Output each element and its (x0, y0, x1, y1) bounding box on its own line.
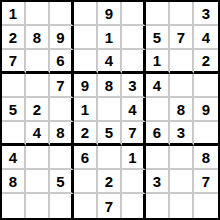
sudoku-cell-r4c3[interactable]: 7 (50, 74, 74, 98)
sudoku-cell-r7c5[interactable] (98, 146, 122, 170)
sudoku-cell-r2c4[interactable] (74, 26, 98, 50)
sudoku-cell-r8c7[interactable]: 3 (146, 170, 170, 194)
sudoku-cell-r4c5[interactable]: 8 (98, 74, 122, 98)
sudoku-cell-r2c1[interactable]: 2 (2, 26, 26, 50)
sudoku-cell-r4c2[interactable] (26, 74, 50, 98)
sudoku-cell-r4c8[interactable] (170, 74, 194, 98)
sudoku-cell-r4c6[interactable]: 3 (122, 74, 146, 98)
sudoku-cell-r7c7[interactable] (146, 146, 170, 170)
sudoku-cell-r6c5[interactable]: 5 (98, 122, 122, 146)
sudoku-cell-r9c5[interactable]: 7 (98, 194, 122, 218)
sudoku-cell-r7c3[interactable] (50, 146, 74, 170)
sudoku-cell-r9c7[interactable] (146, 194, 170, 218)
sudoku-cell-r5c2[interactable]: 2 (26, 98, 50, 122)
sudoku-cell-r2c3[interactable]: 9 (50, 26, 74, 50)
sudoku-cell-r1c2[interactable] (26, 2, 50, 26)
sudoku-cell-r1c3[interactable] (50, 2, 74, 26)
sudoku-cell-r7c9[interactable]: 8 (194, 146, 218, 170)
sudoku-cell-r6c3[interactable]: 8 (50, 122, 74, 146)
sudoku-cell-r5c5[interactable] (98, 98, 122, 122)
sudoku-cell-r9c1[interactable] (2, 194, 26, 218)
sudoku-cell-r2c2[interactable]: 8 (26, 26, 50, 50)
sudoku-cell-r4c4[interactable]: 9 (74, 74, 98, 98)
sudoku-cell-r7c8[interactable] (170, 146, 194, 170)
sudoku-cell-r3c5[interactable]: 4 (98, 50, 122, 74)
sudoku-cell-r6c9[interactable] (194, 122, 218, 146)
sudoku-cell-r5c4[interactable]: 1 (74, 98, 98, 122)
sudoku-cell-r6c8[interactable]: 3 (170, 122, 194, 146)
sudoku-cell-r8c8[interactable] (170, 170, 194, 194)
sudoku-cell-r1c5[interactable]: 9 (98, 2, 122, 26)
sudoku-cell-r1c6[interactable] (122, 2, 146, 26)
sudoku-cell-r8c3[interactable]: 5 (50, 170, 74, 194)
sudoku-cell-r3c1[interactable]: 7 (2, 50, 26, 74)
sudoku-cell-r1c7[interactable] (146, 2, 170, 26)
sudoku-cell-r5c1[interactable]: 5 (2, 98, 26, 122)
sudoku-cell-r2c5[interactable]: 1 (98, 26, 122, 50)
sudoku-cell-r9c2[interactable] (26, 194, 50, 218)
sudoku-cell-r3c9[interactable]: 2 (194, 50, 218, 74)
sudoku-cell-r6c2[interactable]: 4 (26, 122, 50, 146)
sudoku-cell-r2c7[interactable]: 5 (146, 26, 170, 50)
sudoku-cell-r8c5[interactable]: 2 (98, 170, 122, 194)
sudoku-cell-r5c8[interactable]: 8 (170, 98, 194, 122)
sudoku-cell-r1c9[interactable]: 3 (194, 2, 218, 26)
sudoku-cell-r8c6[interactable] (122, 170, 146, 194)
sudoku-cell-r7c2[interactable] (26, 146, 50, 170)
sudoku-cell-r9c6[interactable] (122, 194, 146, 218)
sudoku-cell-r2c8[interactable]: 7 (170, 26, 194, 50)
sudoku-cell-r2c6[interactable] (122, 26, 146, 50)
sudoku-cell-r3c6[interactable] (122, 50, 146, 74)
sudoku-cell-r7c1[interactable]: 4 (2, 146, 26, 170)
sudoku-cell-r4c7[interactable]: 4 (146, 74, 170, 98)
sudoku-cell-r4c9[interactable] (194, 74, 218, 98)
sudoku-cell-r9c9[interactable] (194, 194, 218, 218)
sudoku-cell-r8c4[interactable] (74, 170, 98, 194)
sudoku-cell-r3c8[interactable] (170, 50, 194, 74)
sudoku-cell-r6c6[interactable]: 7 (122, 122, 146, 146)
sudoku-cell-r8c2[interactable] (26, 170, 50, 194)
sudoku-cell-r5c9[interactable]: 9 (194, 98, 218, 122)
sudoku-cell-r3c4[interactable] (74, 50, 98, 74)
sudoku-cell-r2c9[interactable]: 4 (194, 26, 218, 50)
sudoku-cell-r8c1[interactable]: 8 (2, 170, 26, 194)
sudoku-cell-r6c4[interactable]: 2 (74, 122, 98, 146)
sudoku-cell-r6c1[interactable] (2, 122, 26, 146)
sudoku-cell-r1c1[interactable]: 1 (2, 2, 26, 26)
sudoku-cell-r9c3[interactable] (50, 194, 74, 218)
sudoku-cell-r8c9[interactable]: 7 (194, 170, 218, 194)
sudoku-cell-r1c4[interactable] (74, 2, 98, 26)
sudoku-cell-r5c3[interactable] (50, 98, 74, 122)
sudoku-cell-r9c4[interactable] (74, 194, 98, 218)
sudoku-cell-r6c7[interactable]: 6 (146, 122, 170, 146)
sudoku-board: 1932891574764127983452148948257634618852… (0, 0, 220, 220)
sudoku-cell-r7c4[interactable]: 6 (74, 146, 98, 170)
sudoku-cell-r9c8[interactable] (170, 194, 194, 218)
sudoku-cell-r1c8[interactable] (170, 2, 194, 26)
sudoku-cell-r5c7[interactable] (146, 98, 170, 122)
sudoku-cell-r4c1[interactable] (2, 74, 26, 98)
sudoku-cell-r3c2[interactable] (26, 50, 50, 74)
sudoku-cell-r3c7[interactable]: 1 (146, 50, 170, 74)
sudoku-cell-r5c6[interactable]: 4 (122, 98, 146, 122)
sudoku-cell-r7c6[interactable]: 1 (122, 146, 146, 170)
sudoku-cell-r3c3[interactable]: 6 (50, 50, 74, 74)
